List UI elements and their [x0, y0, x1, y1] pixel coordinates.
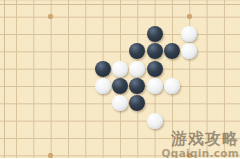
- board-edge-line-top: [0, 4, 240, 5]
- star-point: [48, 14, 53, 19]
- star-point: [48, 153, 53, 158]
- white-stone: [147, 113, 163, 129]
- black-stone: [95, 61, 111, 77]
- black-stone: [129, 95, 145, 111]
- white-stone: [112, 61, 128, 77]
- star-point: [187, 14, 192, 19]
- white-stone: [112, 95, 128, 111]
- game-screen: 游戏攻略 Qqaiqin.com: [0, 0, 240, 158]
- watermark: 游戏攻略 Qqaiqin.com: [162, 131, 239, 159]
- black-stone: [147, 43, 163, 59]
- white-stone: [164, 78, 180, 94]
- black-stone: [129, 78, 145, 94]
- watermark-title: 游戏攻略: [162, 131, 239, 147]
- black-stone: [147, 26, 163, 42]
- board-edge-line-left: [4, 0, 5, 158]
- black-stone: [112, 78, 128, 94]
- white-stone: [181, 26, 197, 42]
- white-stone: [95, 78, 111, 94]
- white-stone: [147, 78, 163, 94]
- black-stone: [129, 43, 145, 59]
- watermark-site: Qqaiqin.com: [162, 148, 239, 159]
- white-stone: [129, 61, 145, 77]
- white-stone: [181, 43, 197, 59]
- black-stone: [147, 61, 163, 77]
- black-stone: [164, 43, 180, 59]
